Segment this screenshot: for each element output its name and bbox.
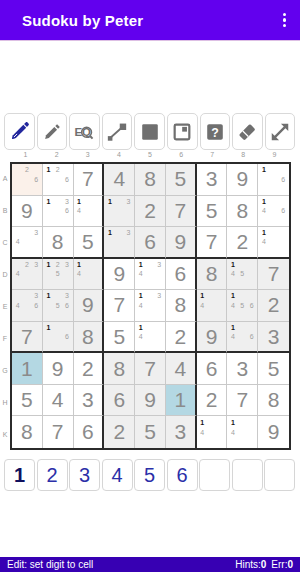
- digit-F9: 3: [258, 322, 289, 352]
- digit-K9: 9: [258, 416, 289, 448]
- candidates-K7: 14: [198, 417, 226, 447]
- digit-B7: 5: [197, 196, 227, 227]
- cell-K6[interactable]: 3: [166, 416, 197, 448]
- tool-card-button[interactable]: [167, 113, 198, 150]
- row-label-G: G: [0, 367, 10, 374]
- status-bar: Edit: set digit to cell Hints:0Err:0: [0, 557, 300, 572]
- digit-G9: 5: [258, 353, 289, 384]
- numpad-key-4[interactable]: 4: [102, 459, 133, 491]
- cell-G6[interactable]: 4: [166, 353, 197, 385]
- digit-K5: 5: [135, 416, 165, 448]
- digit-H6: 1: [166, 385, 195, 416]
- digit-F3: 8: [74, 322, 103, 352]
- cell-E2[interactable]: 1356: [43, 290, 74, 322]
- candidates-D1: 234: [13, 260, 41, 289]
- digit-G4: 8: [104, 353, 134, 384]
- digit-A8: 9: [227, 164, 257, 195]
- col-label-1: 1: [10, 150, 41, 160]
- digit-B5: 2: [135, 196, 165, 227]
- cell-B7[interactable]: 5: [197, 196, 228, 228]
- app-header: Sudoku by Peter: [0, 0, 300, 41]
- cell-B8[interactable]: 8: [227, 196, 258, 228]
- digit-D7: 8: [197, 259, 227, 290]
- digit-A6: 5: [166, 164, 195, 195]
- cell-C2[interactable]: 8: [43, 227, 74, 259]
- filled-square-icon: [139, 121, 161, 143]
- digit-G2: 9: [43, 353, 73, 384]
- candidates-A2: 126: [44, 165, 72, 194]
- cell-B5[interactable]: 2: [135, 196, 166, 228]
- cell-F3[interactable]: 8: [74, 322, 105, 354]
- cell-D6[interactable]: 6: [166, 259, 197, 291]
- app-title: Sudoku by Peter: [22, 12, 143, 29]
- eraser-icon: [236, 121, 258, 143]
- cell-A3[interactable]: 7: [74, 164, 105, 196]
- numpad-key-empty-7[interactable]: [199, 459, 230, 491]
- cell-F8[interactable]: 146: [227, 322, 258, 354]
- cell-D5[interactable]: 134: [135, 259, 166, 291]
- cell-E4[interactable]: 7: [104, 290, 135, 322]
- cell-H6[interactable]: 1: [166, 385, 197, 417]
- cell-G3[interactable]: 2: [74, 353, 105, 385]
- cell-F2[interactable]: 16: [43, 322, 74, 354]
- cell-D3[interactable]: 14: [74, 259, 105, 291]
- cell-C9[interactable]: 14: [258, 227, 289, 259]
- digit-G3: 2: [74, 353, 103, 384]
- cell-A8[interactable]: 9: [227, 164, 258, 196]
- candidates-C4: 13: [105, 228, 133, 256]
- numpad-key-3[interactable]: 3: [69, 459, 100, 491]
- digit-H3: 3: [74, 385, 103, 416]
- digit-D6: 6: [166, 259, 195, 290]
- tool-line-button[interactable]: [102, 113, 133, 150]
- digit-numpad: 123456: [4, 459, 295, 491]
- cell-H7[interactable]: 2: [197, 385, 228, 417]
- cell-H9[interactable]: 8: [258, 385, 289, 417]
- cell-H4[interactable]: 6: [104, 385, 135, 417]
- candidates-E2: 1356: [44, 291, 72, 320]
- digit-K6: 3: [166, 416, 195, 448]
- tool-search-button[interactable]: EQ: [69, 113, 100, 150]
- digit-F7: 9: [197, 322, 227, 352]
- col-label-3: 3: [72, 150, 103, 160]
- candidates-A9: 16: [259, 165, 288, 194]
- tool-help-button[interactable]: ?: [200, 113, 231, 150]
- cell-E7[interactable]: 14: [197, 290, 228, 322]
- cell-B9[interactable]: 146: [258, 196, 289, 228]
- digit-A7: 3: [197, 164, 227, 195]
- cell-C7[interactable]: 7: [197, 227, 228, 259]
- col-label-2: 2: [41, 150, 72, 160]
- cell-H3[interactable]: 3: [74, 385, 105, 417]
- digit-K3: 6: [74, 416, 103, 448]
- cell-F6[interactable]: 2: [166, 322, 197, 354]
- cell-K3[interactable]: 6: [74, 416, 105, 448]
- cell-A2[interactable]: 126: [43, 164, 74, 196]
- digit-E9: 2: [258, 290, 289, 321]
- numpad-key-5[interactable]: 5: [134, 459, 165, 491]
- row-label-D: D: [0, 271, 10, 278]
- sudoku-board: 2612674853916913614132758146348513697214…: [10, 162, 291, 450]
- errors-label: Err:: [271, 559, 287, 570]
- cell-G8[interactable]: 3: [227, 353, 258, 385]
- cell-K7[interactable]: 14: [197, 416, 228, 448]
- candidates-K8: 14: [228, 417, 256, 447]
- candidates-B2: 136: [44, 197, 72, 226]
- cell-D8[interactable]: 145: [227, 259, 258, 291]
- cell-H5[interactable]: 9: [135, 385, 166, 417]
- cell-B3[interactable]: 14: [74, 196, 105, 228]
- cell-H8[interactable]: 7: [227, 385, 258, 417]
- cell-C8[interactable]: 2: [227, 227, 258, 259]
- cell-B1[interactable]: 9: [12, 196, 43, 228]
- digit-F6: 2: [166, 322, 195, 352]
- cell-E6[interactable]: 8: [166, 290, 197, 322]
- digit-C7: 7: [197, 227, 227, 257]
- status-mode-text: Edit: set digit to cell: [7, 559, 93, 570]
- digit-A4: 4: [104, 164, 134, 195]
- cell-A1[interactable]: 26: [12, 164, 43, 196]
- cell-B6[interactable]: 7: [166, 196, 197, 228]
- cell-E3[interactable]: 9: [74, 290, 105, 322]
- digit-B1: 9: [12, 196, 42, 227]
- cell-F5[interactable]: 14: [135, 322, 166, 354]
- cell-D2[interactable]: 1235: [43, 259, 74, 291]
- candidates-E5: 134: [136, 291, 164, 320]
- candidates-C1: 34: [13, 228, 41, 256]
- candidates-C9: 14: [259, 228, 288, 256]
- candidates-A1: 26: [13, 165, 41, 194]
- col-label-7: 7: [197, 150, 228, 160]
- col-label-4: 4: [103, 150, 134, 160]
- digit-E4: 7: [104, 290, 134, 321]
- candidates-B9: 146: [259, 197, 288, 226]
- question-mark-icon: ?: [204, 121, 226, 143]
- col-label-9: 9: [259, 150, 290, 160]
- digit-F4: 5: [104, 322, 134, 352]
- row-label-E: E: [0, 303, 10, 310]
- expand-arrows-icon: [269, 121, 291, 143]
- cell-H1[interactable]: 5: [12, 385, 43, 417]
- cell-A4[interactable]: 4: [104, 164, 135, 196]
- candidates-D5: 134: [136, 260, 164, 289]
- tool-eraser-button[interactable]: [232, 113, 263, 150]
- digit-E3: 9: [74, 290, 103, 321]
- sudoku-app: Sudoku by Peter EQ ? 123456789 ABCDEFGHK…: [0, 0, 300, 572]
- cell-F7[interactable]: 9: [197, 322, 228, 354]
- cell-D7[interactable]: 8: [197, 259, 228, 291]
- cell-F4[interactable]: 5: [104, 322, 135, 354]
- cell-C4[interactable]: 13: [104, 227, 135, 259]
- hints-value: 0: [261, 559, 267, 570]
- digit-K4: 2: [104, 416, 134, 448]
- candidates-F5: 14: [136, 323, 164, 351]
- tool-pen-button[interactable]: [4, 113, 35, 150]
- tool-pencil-button[interactable]: [37, 113, 68, 150]
- cell-E8[interactable]: 1456: [227, 290, 258, 322]
- toolbar: EQ ?: [4, 113, 295, 150]
- hints-label: Hints:: [235, 559, 261, 570]
- cell-K8[interactable]: 14: [227, 416, 258, 448]
- digit-G1: 1: [12, 353, 42, 384]
- cell-D9[interactable]: 7: [258, 259, 289, 291]
- row-labels: ABCDEFGHK: [0, 162, 10, 450]
- digit-C3: 5: [74, 227, 103, 257]
- pen-icon: [8, 120, 31, 143]
- digit-H2: 4: [43, 385, 73, 416]
- candidates-E1: 346: [13, 291, 41, 320]
- digit-K1: 8: [12, 416, 42, 448]
- digit-C8: 2: [227, 227, 257, 257]
- cell-A5[interactable]: 8: [135, 164, 166, 196]
- cell-C3[interactable]: 5: [74, 227, 105, 259]
- row-label-F: F: [0, 335, 10, 342]
- row-label-H: H: [0, 399, 10, 406]
- cell-K5[interactable]: 5: [135, 416, 166, 448]
- cell-G1[interactable]: 1: [12, 353, 43, 385]
- line-tool-icon: [106, 121, 128, 143]
- digit-D4: 9: [104, 259, 134, 290]
- digit-H7: 2: [197, 385, 227, 416]
- square-corner-icon: [171, 121, 193, 143]
- digit-G8: 3: [227, 353, 257, 384]
- cell-K4[interactable]: 2: [104, 416, 135, 448]
- cell-D1[interactable]: 234: [12, 259, 43, 291]
- col-label-5: 5: [134, 150, 165, 160]
- cell-A6[interactable]: 5: [166, 164, 197, 196]
- numpad-key-empty-8[interactable]: [232, 459, 263, 491]
- digit-G7: 6: [197, 353, 227, 384]
- numpad-key-1[interactable]: 1: [4, 459, 35, 491]
- cell-E9[interactable]: 2: [258, 290, 289, 322]
- cell-D4[interactable]: 9: [104, 259, 135, 291]
- numpad-key-empty-9[interactable]: [264, 459, 295, 491]
- cell-G9[interactable]: 5: [258, 353, 289, 385]
- digit-B8: 8: [227, 196, 257, 227]
- digit-F1: 7: [12, 322, 42, 352]
- digit-D9: 7: [258, 259, 289, 290]
- row-label-A: A: [0, 175, 10, 182]
- errors-value: 0: [287, 559, 293, 570]
- digit-K2: 7: [43, 416, 73, 448]
- cell-G4[interactable]: 8: [104, 353, 135, 385]
- candidates-E8: 1456: [228, 291, 256, 320]
- cell-E1[interactable]: 346: [12, 290, 43, 322]
- row-label-K: K: [0, 431, 10, 438]
- digit-G5: 7: [135, 353, 165, 384]
- row-label-C: C: [0, 239, 10, 246]
- cell-A9[interactable]: 16: [258, 164, 289, 196]
- digit-E6: 8: [166, 290, 195, 321]
- candidates-B3: 14: [75, 197, 102, 226]
- eq-search-icon: EQ: [72, 121, 96, 143]
- candidates-F2: 16: [44, 323, 72, 351]
- cell-K2[interactable]: 7: [43, 416, 74, 448]
- candidates-F8: 146: [228, 323, 256, 351]
- digit-B6: 7: [166, 196, 195, 227]
- cell-B4[interactable]: 13: [104, 196, 135, 228]
- candidates-D2: 1235: [44, 260, 72, 289]
- candidates-D8: 145: [228, 260, 256, 289]
- cell-K1[interactable]: 8: [12, 416, 43, 448]
- status-counters: Hints:0Err:0: [235, 559, 293, 570]
- digit-H5: 9: [135, 385, 165, 416]
- pencil-icon: [41, 121, 63, 143]
- cell-K9[interactable]: 9: [258, 416, 289, 448]
- cell-G5[interactable]: 7: [135, 353, 166, 385]
- candidates-D3: 14: [75, 260, 102, 289]
- cell-G2[interactable]: 9: [43, 353, 74, 385]
- candidates-B4: 13: [105, 197, 133, 226]
- numpad-key-2[interactable]: 2: [37, 459, 68, 491]
- digit-H4: 6: [104, 385, 134, 416]
- cell-C6[interactable]: 9: [166, 227, 197, 259]
- kebab-menu-icon[interactable]: [281, 9, 288, 32]
- cell-F1[interactable]: 7: [12, 322, 43, 354]
- digit-G6: 4: [166, 353, 195, 384]
- cell-C5[interactable]: 6: [135, 227, 166, 259]
- row-label-B: B: [0, 207, 10, 214]
- cell-B2[interactable]: 136: [43, 196, 74, 228]
- digit-H1: 5: [12, 385, 42, 416]
- cell-E5[interactable]: 134: [135, 290, 166, 322]
- cell-C1[interactable]: 34: [12, 227, 43, 259]
- digit-A5: 8: [135, 164, 165, 195]
- digit-C6: 9: [166, 227, 195, 257]
- digit-C2: 8: [43, 227, 73, 257]
- col-label-6: 6: [166, 150, 197, 160]
- cell-A7[interactable]: 3: [197, 164, 228, 196]
- numpad-key-6[interactable]: 6: [167, 459, 198, 491]
- column-labels: 123456789: [10, 150, 290, 160]
- candidates-E7: 14: [198, 291, 226, 320]
- tool-expand-button[interactable]: [265, 113, 296, 150]
- cell-H2[interactable]: 4: [43, 385, 74, 417]
- digit-C5: 6: [135, 227, 165, 257]
- cell-G7[interactable]: 6: [197, 353, 228, 385]
- cell-F9[interactable]: 3: [258, 322, 289, 354]
- digit-H9: 8: [258, 385, 289, 416]
- digit-A3: 7: [74, 164, 103, 195]
- digit-H8: 7: [227, 385, 257, 416]
- tool-fill-button[interactable]: [134, 113, 165, 150]
- col-label-8: 8: [228, 150, 259, 160]
- svg-text:?: ?: [211, 125, 219, 139]
